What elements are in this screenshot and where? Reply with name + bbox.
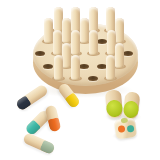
peg-hole[interactable] — [88, 76, 98, 81]
wooden-peg[interactable] — [62, 43, 71, 68]
sage-green-tip — [40, 139, 56, 154]
wooden-peg[interactable] — [54, 55, 63, 80]
die-dot-orange — [118, 125, 126, 133]
lime-peg-left[interactable] — [105, 89, 123, 118]
peg-hole[interactable] — [43, 64, 53, 69]
lime-tip — [106, 99, 123, 118]
wooden-peg[interactable] — [106, 7, 115, 32]
wooden-peg[interactable] — [89, 7, 98, 32]
wooden-peg[interactable] — [71, 30, 80, 55]
lime-tip — [123, 100, 140, 118]
wooden-peg[interactable] — [71, 55, 80, 80]
wooden-peg[interactable] — [115, 43, 124, 68]
color-die[interactable] — [114, 118, 137, 140]
peg-hole[interactable] — [97, 39, 107, 44]
wooden-peg[interactable] — [53, 30, 62, 55]
game-scene — [0, 0, 160, 160]
orange-tip — [48, 117, 62, 132]
peg-hole[interactable] — [79, 64, 89, 69]
die-dot-teal — [127, 124, 135, 132]
wooden-peg[interactable] — [71, 7, 80, 32]
navy-tip-peg[interactable] — [15, 83, 49, 111]
wooden-peg[interactable] — [115, 18, 124, 43]
wooden-peg[interactable] — [62, 18, 71, 43]
navy-tip — [15, 95, 32, 111]
orange-tip-peg[interactable] — [45, 104, 62, 132]
wooden-peg[interactable] — [80, 18, 89, 43]
peg-hole[interactable] — [123, 51, 133, 56]
peg-hole[interactable] — [35, 51, 45, 56]
wooden-peg[interactable] — [106, 55, 115, 80]
sage-tip-peg[interactable] — [22, 131, 56, 154]
wooden-peg[interactable] — [44, 18, 53, 43]
die-dot-yellow-green — [121, 117, 129, 123]
wooden-peg[interactable] — [89, 30, 98, 55]
